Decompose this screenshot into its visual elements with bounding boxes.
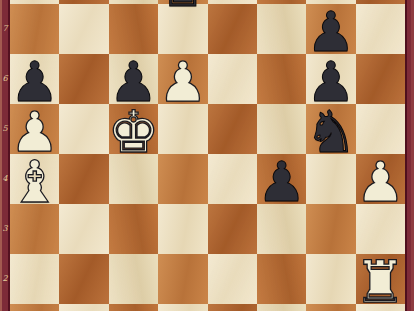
square-h6[interactable]: [356, 54, 405, 104]
square-b5[interactable]: [59, 104, 108, 154]
square-d4[interactable]: [158, 154, 207, 204]
square-a2[interactable]: [10, 254, 59, 304]
square-c7[interactable]: [109, 4, 158, 54]
chess-diagram: ♚♟♟♟♟♟♟♚♞♝♟♟♜ 765432: [0, 0, 414, 311]
square-f6[interactable]: [257, 54, 306, 104]
square-h7[interactable]: [356, 4, 405, 54]
square-g1[interactable]: [306, 304, 355, 311]
rank-label-6: 6: [0, 54, 10, 104]
square-h5[interactable]: [356, 104, 405, 154]
board-border-right: [405, 0, 414, 311]
rank-label-4: 4: [0, 154, 10, 204]
square-d6[interactable]: ♟: [158, 54, 207, 104]
square-h2[interactable]: ♜: [356, 254, 405, 304]
square-c1[interactable]: [109, 304, 158, 311]
square-a5[interactable]: ♟: [10, 104, 59, 154]
square-c3[interactable]: [109, 204, 158, 254]
rank-label-2: 2: [0, 254, 10, 304]
square-b2[interactable]: [59, 254, 108, 304]
square-e7[interactable]: [208, 4, 257, 54]
white-pawn-h4[interactable]: ♟: [356, 157, 405, 207]
square-d1[interactable]: [158, 304, 207, 311]
square-e5[interactable]: [208, 104, 257, 154]
square-a4[interactable]: ♝: [10, 154, 59, 204]
square-e6[interactable]: [208, 54, 257, 104]
square-d3[interactable]: [158, 204, 207, 254]
square-f4[interactable]: ♟: [257, 154, 306, 204]
white-bishop-a4[interactable]: ♝: [10, 157, 59, 207]
rank-label-3: 3: [0, 204, 10, 254]
square-g7[interactable]: ♟: [306, 4, 355, 54]
square-h4[interactable]: ♟: [356, 154, 405, 204]
square-e3[interactable]: [208, 204, 257, 254]
square-g5[interactable]: ♞: [306, 104, 355, 154]
black-pawn-f4[interactable]: ♟: [257, 157, 306, 207]
square-b7[interactable]: [59, 4, 108, 54]
square-f1[interactable]: [257, 304, 306, 311]
rank-label-7: 7: [0, 4, 10, 54]
white-pawn-d6[interactable]: ♟: [158, 57, 207, 107]
square-b3[interactable]: [59, 204, 108, 254]
square-d8[interactable]: ♚: [158, 0, 207, 4]
square-b4[interactable]: [59, 154, 108, 204]
square-f5[interactable]: [257, 104, 306, 154]
square-b1[interactable]: [59, 304, 108, 311]
square-e1[interactable]: [208, 304, 257, 311]
black-king-d8[interactable]: ♚: [158, 0, 207, 11]
square-g6[interactable]: ♟: [306, 54, 355, 104]
square-d2[interactable]: [158, 254, 207, 304]
square-b6[interactable]: [59, 54, 108, 104]
square-c5[interactable]: ♚: [109, 104, 158, 154]
white-rook-h2[interactable]: ♜: [356, 257, 405, 307]
rank-label-5: 5: [0, 104, 10, 154]
square-f7[interactable]: [257, 4, 306, 54]
square-a7[interactable]: [10, 4, 59, 54]
white-king-c5[interactable]: ♚: [109, 107, 158, 157]
chessboard: ♚♟♟♟♟♟♟♚♞♝♟♟♜: [10, 0, 405, 311]
square-e2[interactable]: [208, 254, 257, 304]
square-g2[interactable]: [306, 254, 355, 304]
square-c2[interactable]: [109, 254, 158, 304]
square-f2[interactable]: [257, 254, 306, 304]
square-a1[interactable]: [10, 304, 59, 311]
square-a6[interactable]: ♟: [10, 54, 59, 104]
square-c6[interactable]: ♟: [109, 54, 158, 104]
square-e4[interactable]: [208, 154, 257, 204]
square-g3[interactable]: [306, 204, 355, 254]
black-knight-g5[interactable]: ♞: [306, 107, 355, 157]
